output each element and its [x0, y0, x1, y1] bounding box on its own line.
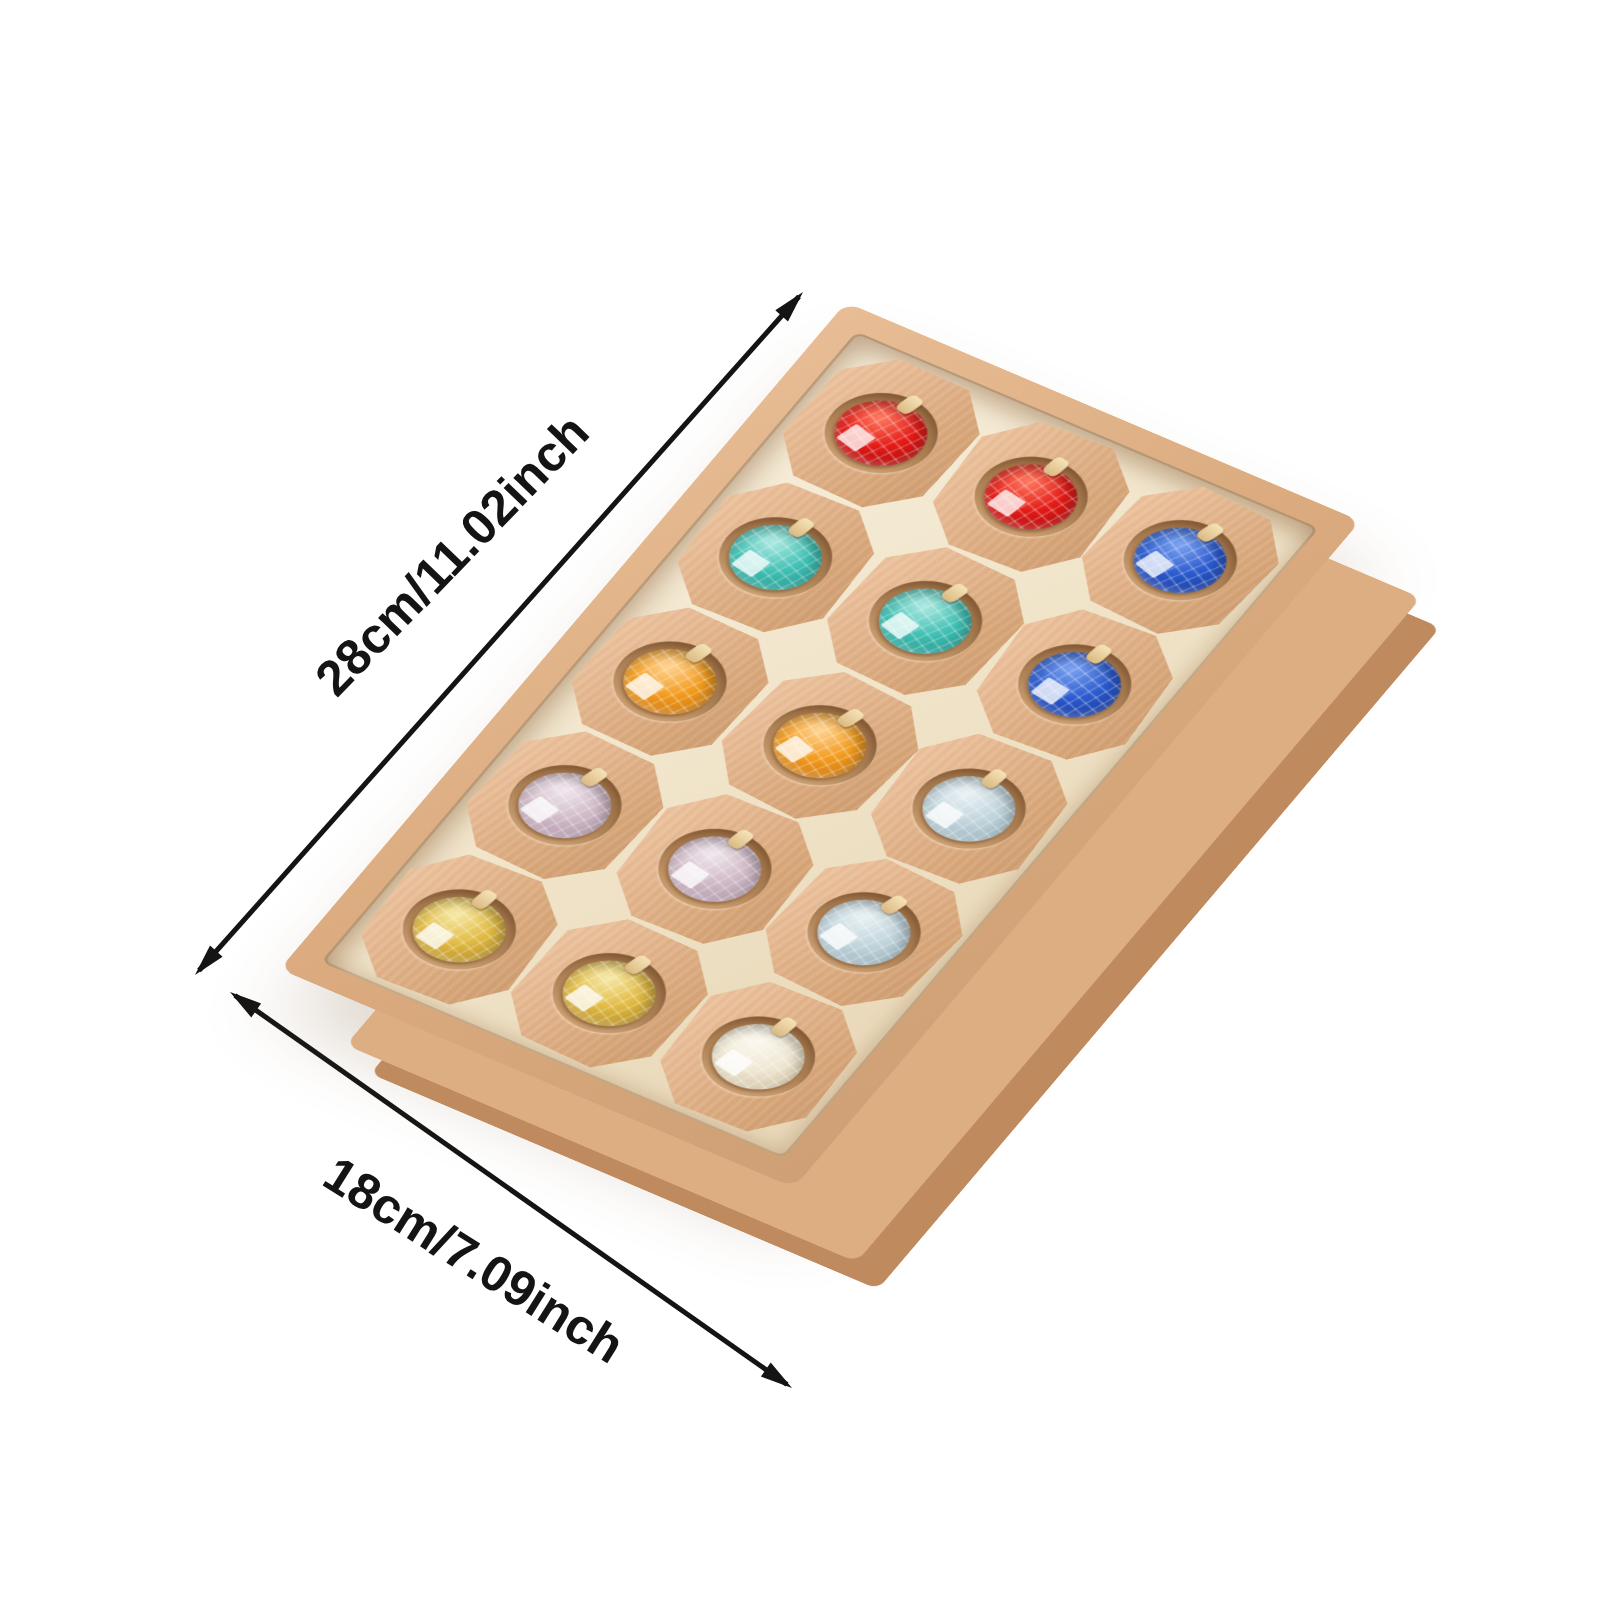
gem-red [817, 388, 945, 478]
gem-red [968, 453, 1093, 541]
gem-cream [696, 1012, 822, 1101]
gem-orange [755, 699, 884, 790]
cell-recess [531, 938, 687, 1048]
cell-recess [847, 566, 1003, 677]
gem-teal [861, 576, 989, 667]
cell-recess [741, 689, 898, 800]
cell-recess [803, 378, 959, 488]
gem-lilac [652, 825, 778, 914]
cell-recess [638, 815, 791, 923]
gem-teal [713, 513, 839, 602]
gem-yellow [397, 885, 522, 973]
wooden-tray [280, 302, 1361, 1187]
gem-lilac [501, 760, 629, 851]
gem-blue [1116, 515, 1245, 606]
cell-recess [999, 631, 1151, 738]
cell-recess [383, 876, 535, 984]
cell-recess [1102, 505, 1259, 616]
cell-recess [682, 1003, 835, 1111]
product-photo: 28cm/11.02inch 18cm/7.09inch [0, 0, 1600, 1600]
gem-orange [606, 636, 734, 726]
gem-paleblue [907, 764, 1032, 852]
cell-recess [894, 755, 1046, 863]
gem-board [321, 331, 1320, 1158]
cell-recess [786, 877, 943, 988]
tray-scene [0, 0, 1600, 1600]
cell-recess [699, 503, 852, 611]
gem-paleblue [800, 887, 929, 978]
cell-recess [592, 626, 748, 736]
gem-yellow [545, 948, 673, 1038]
cell-recess [487, 750, 643, 861]
gem-blue [1013, 641, 1137, 729]
cell-recess [955, 443, 1107, 551]
